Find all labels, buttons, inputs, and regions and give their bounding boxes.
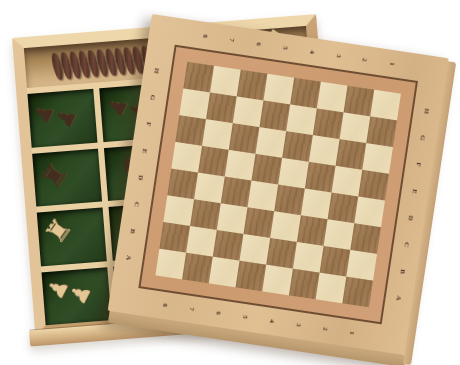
board-square	[289, 269, 320, 300]
board-square	[278, 158, 309, 189]
board-square	[274, 185, 305, 216]
coordinate-label: 6	[209, 299, 227, 328]
board-square	[194, 173, 225, 204]
coordinate-label: D	[397, 209, 426, 228]
product-photo-scene: ♟♟♟♟♟♟♜♞♝♜♟♟♟♟ 87654321 87654321 HGFEDCB…	[0, 0, 460, 365]
coordinate-label: 5	[236, 303, 254, 332]
coordinate-label: 5	[276, 34, 294, 63]
board-square	[317, 82, 348, 113]
board-square	[282, 131, 313, 162]
board-square	[182, 253, 213, 284]
board-square	[290, 78, 321, 109]
board-square	[354, 196, 385, 227]
coordinate-label: 8	[156, 291, 174, 320]
felt-compartment: ♜	[32, 148, 102, 207]
board-square	[155, 249, 186, 280]
felt-compartment: ♟♟	[41, 267, 111, 326]
coordinate-label: 3	[289, 311, 307, 340]
board-square	[236, 261, 267, 292]
coordinate-label: D	[127, 168, 156, 187]
coordinate-label: 4	[263, 307, 281, 336]
board-square	[266, 238, 297, 269]
board-square	[309, 135, 340, 166]
board-square	[328, 193, 359, 224]
board-square	[198, 146, 229, 177]
board-square	[217, 203, 248, 234]
coordinate-label: C	[393, 235, 422, 254]
board-frame: 87654321 87654321 HGFEDCBA HGFEDCBA	[108, 14, 449, 355]
board-square	[186, 226, 217, 257]
coordinate-label: 1	[383, 50, 401, 79]
board-inner-band	[138, 45, 418, 325]
board-square	[206, 92, 237, 123]
board-square	[332, 166, 363, 197]
board-square	[342, 277, 373, 308]
coordinate-label: A	[385, 289, 414, 308]
board-square	[259, 100, 290, 131]
coordinate-label: F	[405, 155, 434, 174]
board-square	[358, 170, 389, 201]
board-square	[190, 199, 221, 230]
coordinate-label: 7	[182, 295, 200, 324]
board-square	[171, 142, 202, 173]
board-square	[209, 257, 240, 288]
coordinate-label: 3	[329, 42, 347, 71]
board-square	[247, 181, 278, 212]
board-square	[159, 222, 190, 253]
felt-compartment: ♟♟	[27, 89, 97, 148]
coordinate-label: E	[131, 142, 160, 161]
board-square	[324, 219, 355, 250]
board-square	[213, 230, 244, 261]
board-square	[346, 250, 377, 281]
board-square	[251, 154, 282, 185]
coordinate-label: 7	[223, 26, 241, 55]
board-square	[255, 127, 286, 158]
board-square	[237, 70, 268, 101]
board-square	[202, 119, 233, 150]
dark-pawn-piece: ♟	[52, 104, 80, 131]
coordinate-label: B	[119, 222, 148, 241]
board-square	[179, 88, 210, 119]
board-square	[340, 112, 371, 143]
felt-compartment: ♜	[37, 207, 107, 266]
board-square	[301, 189, 332, 220]
board-grid	[155, 62, 401, 308]
board-square	[167, 169, 198, 200]
board-square	[229, 123, 260, 154]
board-square	[233, 96, 264, 127]
board-square	[263, 74, 294, 105]
board-square	[221, 177, 252, 208]
board-square	[313, 108, 344, 139]
board-square	[366, 116, 397, 147]
board-square	[183, 62, 214, 93]
coordinate-label: H	[413, 102, 442, 121]
coordinate-label: B	[389, 262, 418, 281]
dark-pawn-piece: ♟	[103, 93, 132, 121]
board-square	[225, 150, 256, 181]
board-square	[210, 66, 241, 97]
board-square	[320, 246, 351, 277]
board-square	[370, 90, 401, 121]
board-square	[243, 207, 274, 238]
coordinate-label: G	[139, 88, 168, 107]
coordinate-label: F	[135, 115, 164, 134]
board-square	[270, 211, 301, 242]
coordinate-label: 4	[303, 38, 321, 67]
coordinate-label: H	[143, 61, 172, 80]
board-square	[344, 86, 375, 117]
board-square	[286, 104, 317, 135]
board-square	[293, 242, 324, 273]
coordinate-label: A	[115, 248, 144, 267]
coordinate-label: C	[123, 195, 152, 214]
coordinate-label: 2	[356, 46, 374, 75]
board-square	[163, 195, 194, 226]
board-square	[262, 265, 293, 296]
board-square	[305, 162, 336, 193]
board-square	[350, 223, 381, 254]
dark-pawn-piece: ♟	[30, 100, 58, 127]
board-square	[336, 139, 367, 170]
board-square	[175, 115, 206, 146]
chess-board: 87654321 87654321 HGFEDCBA HGFEDCBA	[106, 14, 457, 365]
light-pawn-piece: ♟	[65, 280, 95, 309]
coordinate-label: G	[409, 129, 438, 148]
coordinate-label: 1	[343, 319, 361, 348]
board-square	[316, 273, 347, 304]
light-rook-piece: ♜	[40, 213, 76, 248]
coordinate-label: 2	[316, 315, 334, 344]
light-pawn-piece: ♟	[43, 274, 73, 303]
coordinate-label: E	[401, 182, 430, 201]
board-square	[362, 143, 393, 174]
dark-rook-piece: ♜	[36, 158, 72, 193]
coordinate-label: 6	[249, 30, 267, 59]
coordinate-label: 8	[196, 22, 214, 51]
board-square	[240, 234, 271, 265]
board-square	[297, 215, 328, 246]
